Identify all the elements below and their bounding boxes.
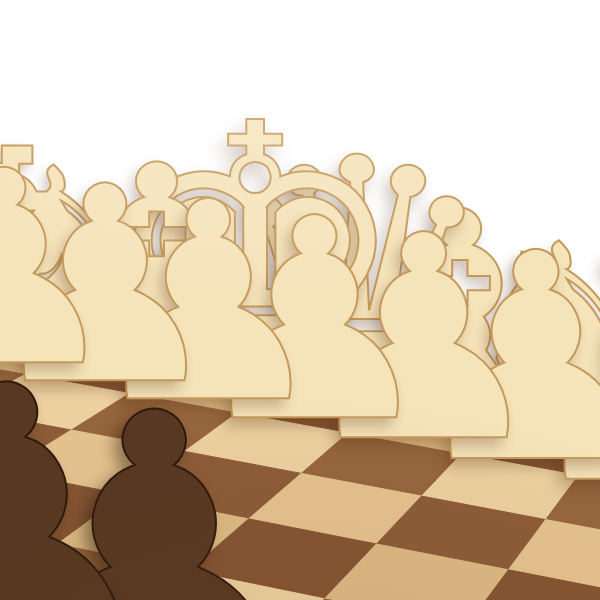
pieces-layer: ♜♞♝♛♚♝♞♜♟♟♟♟♟♟♟♟♟♟	[0, 0, 600, 600]
chess-set-photo: ♜♞♝♛♚♝♞♜♟♟♟♟♟♟♟♟♟♟	[0, 0, 600, 600]
piece-black-pawn-d7: ♟	[0, 336, 182, 600]
